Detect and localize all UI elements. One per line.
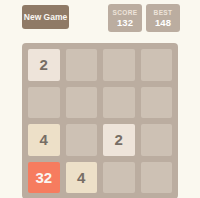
empty-cell [141,124,173,156]
empty-cell [66,49,98,81]
best-value: 148 [155,17,171,28]
tile-2: 2 [28,49,60,81]
tile-4: 4 [66,162,98,194]
score-box: SCORE 132 [108,4,142,32]
empty-cell [66,124,98,156]
empty-cell [103,87,135,119]
empty-cell [103,162,135,194]
best-label: BEST [154,9,173,17]
empty-cell [141,162,173,194]
empty-cell [66,87,98,119]
empty-cell [141,49,173,81]
empty-cell [141,87,173,119]
tile-4: 4 [28,124,60,156]
score-panel: SCORE 132 BEST 148 [108,4,180,32]
tile-2: 2 [103,124,135,156]
score-label: SCORE [112,9,137,17]
best-box: BEST 148 [146,4,180,32]
score-value: 132 [117,17,133,28]
new-game-button[interactable]: New Game [22,5,69,29]
game-board[interactable]: 242324 [22,43,178,198]
tile-32: 32 [28,162,60,194]
empty-cell [103,49,135,81]
empty-cell [28,87,60,119]
